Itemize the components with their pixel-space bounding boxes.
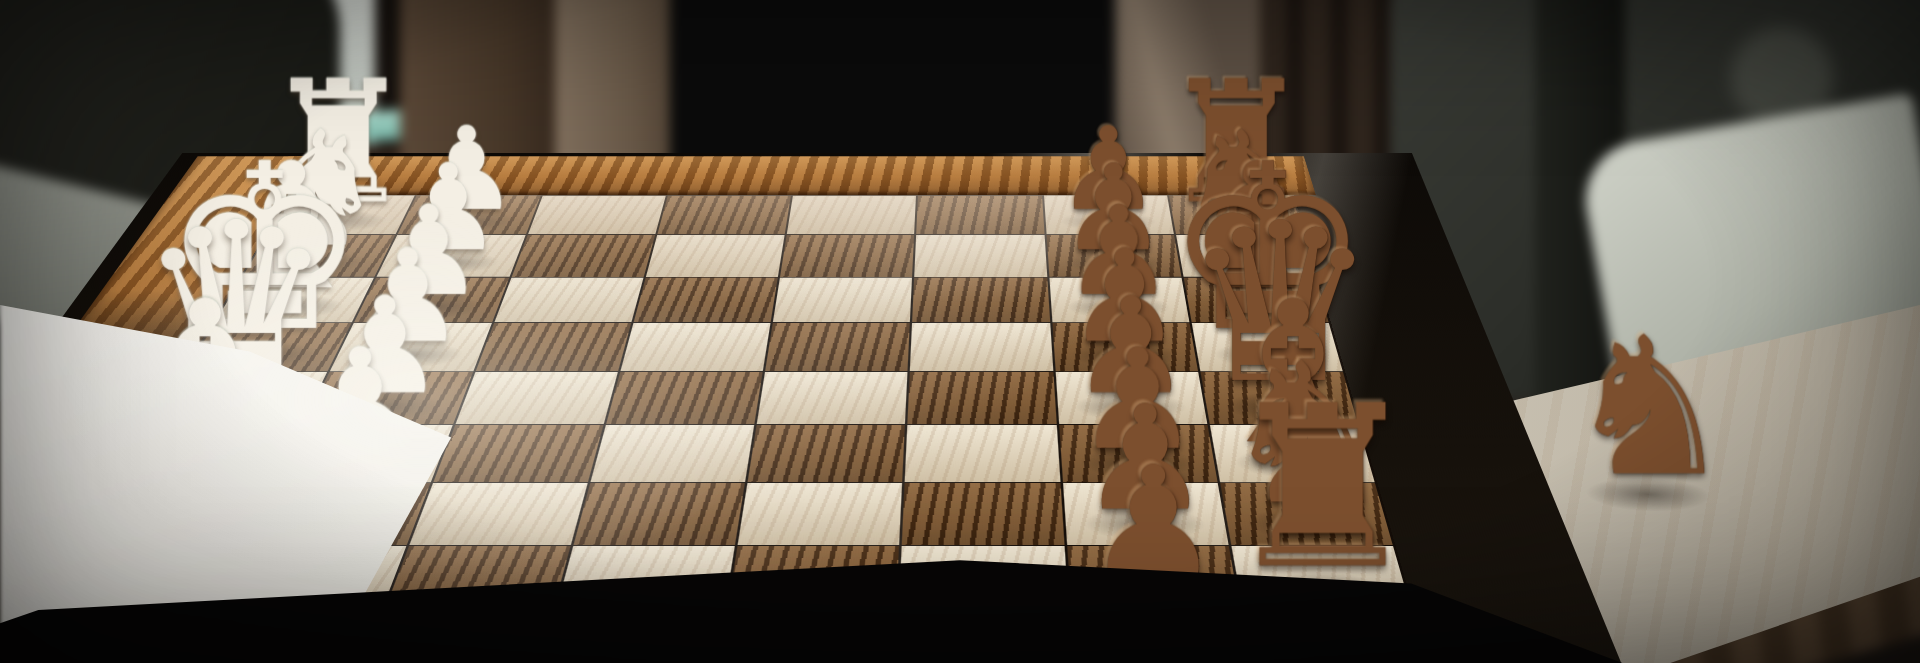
square-b4[interactable] [573, 483, 745, 545]
square-e3[interactable] [475, 323, 631, 371]
square-b6[interactable] [902, 483, 1064, 545]
square-b3[interactable] [409, 483, 588, 545]
square-f3[interactable] [494, 277, 643, 322]
square-e4[interactable] [620, 323, 770, 371]
square-f5[interactable] [773, 277, 912, 322]
square-g3[interactable] [511, 235, 655, 277]
square-c5[interactable] [748, 425, 906, 482]
square-e5[interactable] [765, 323, 910, 371]
square-d4[interactable] [606, 372, 763, 424]
square-h4[interactable] [657, 196, 791, 235]
square-c3[interactable] [433, 425, 603, 482]
square-f4[interactable] [633, 277, 777, 322]
square-h6[interactable] [916, 196, 1044, 235]
piece-brown-rook[interactable]: ♜ [1223, 381, 1424, 594]
square-g6[interactable] [914, 235, 1046, 277]
square-b5[interactable] [738, 483, 903, 545]
square-c6[interactable] [905, 425, 1060, 482]
square-g4[interactable] [646, 235, 785, 277]
square-c4[interactable] [590, 425, 754, 482]
square-e6[interactable] [910, 323, 1053, 371]
living-room-scene: ♜♟♟♜♞♟♟♞♝♟♟♝♚♟♟♚♛♟♟♛♝♟♟♝♞♟♟♞♜♟♟♜ ♞ [0, 0, 1920, 663]
off-board-piece-area: ♞ [1548, 453, 1742, 516]
square-f6[interactable] [912, 277, 1049, 322]
square-d3[interactable] [455, 372, 618, 424]
square-d5[interactable] [757, 372, 908, 424]
square-h3[interactable] [527, 196, 665, 235]
square-g5[interactable] [780, 235, 914, 277]
square-d6[interactable] [908, 372, 1057, 424]
square-h5[interactable] [787, 196, 916, 235]
piece-brown-knight[interactable]: ♞ [1564, 317, 1735, 498]
